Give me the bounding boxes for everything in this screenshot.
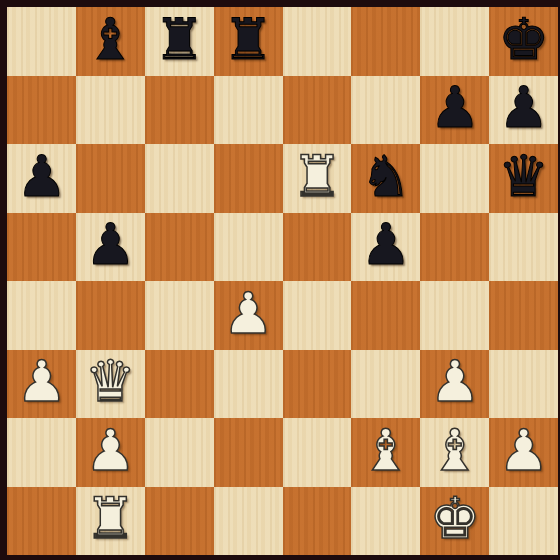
chess-board: ♝♜♜♚♟♟♟♜♞♛♟♟♟♟♛♟♟♝♝♟♜♚ xyxy=(7,7,558,555)
square-f5[interactable]: ♟ xyxy=(351,213,420,282)
black-rook-d8: ♜ xyxy=(223,11,274,68)
square-d1[interactable] xyxy=(214,487,283,556)
square-c5[interactable] xyxy=(145,213,214,282)
square-h4[interactable] xyxy=(489,281,558,350)
white-pawn-a3: ♟ xyxy=(16,353,67,410)
square-g4[interactable] xyxy=(420,281,489,350)
black-pawn-f5: ♟ xyxy=(360,216,411,273)
square-d8[interactable]: ♜ xyxy=(214,7,283,76)
square-f4[interactable] xyxy=(351,281,420,350)
square-g8[interactable] xyxy=(420,7,489,76)
square-b1[interactable]: ♜ xyxy=(76,487,145,556)
white-queen-b3: ♛ xyxy=(85,353,136,410)
square-c3[interactable] xyxy=(145,350,214,419)
square-e2[interactable] xyxy=(283,418,352,487)
black-pawn-b5: ♟ xyxy=(85,216,136,273)
square-h6[interactable]: ♛ xyxy=(489,144,558,213)
square-b4[interactable] xyxy=(76,281,145,350)
square-a3[interactable]: ♟ xyxy=(7,350,76,419)
square-h1[interactable] xyxy=(489,487,558,556)
board-frame: ♝♜♜♚♟♟♟♜♞♛♟♟♟♟♛♟♟♝♝♟♜♚ xyxy=(0,0,560,560)
square-b3[interactable]: ♛ xyxy=(76,350,145,419)
white-pawn-b2: ♟ xyxy=(85,422,136,479)
black-pawn-g7: ♟ xyxy=(429,79,480,136)
square-g2[interactable]: ♝ xyxy=(420,418,489,487)
square-a6[interactable]: ♟ xyxy=(7,144,76,213)
square-b5[interactable]: ♟ xyxy=(76,213,145,282)
square-f6[interactable]: ♞ xyxy=(351,144,420,213)
black-pawn-a6: ♟ xyxy=(16,148,67,205)
square-d6[interactable] xyxy=(214,144,283,213)
black-knight-f6: ♞ xyxy=(360,148,411,205)
square-a5[interactable] xyxy=(7,213,76,282)
square-a8[interactable] xyxy=(7,7,76,76)
black-queen-h6: ♛ xyxy=(498,148,549,205)
square-d2[interactable] xyxy=(214,418,283,487)
square-a1[interactable] xyxy=(7,487,76,556)
square-e4[interactable] xyxy=(283,281,352,350)
square-d7[interactable] xyxy=(214,76,283,145)
white-pawn-h2: ♟ xyxy=(498,422,549,479)
square-f7[interactable] xyxy=(351,76,420,145)
black-pawn-h7: ♟ xyxy=(498,79,549,136)
square-e3[interactable] xyxy=(283,350,352,419)
white-rook-e6: ♜ xyxy=(291,148,342,205)
square-h2[interactable]: ♟ xyxy=(489,418,558,487)
square-h3[interactable] xyxy=(489,350,558,419)
square-c1[interactable] xyxy=(145,487,214,556)
square-c4[interactable] xyxy=(145,281,214,350)
square-a7[interactable] xyxy=(7,76,76,145)
square-a4[interactable] xyxy=(7,281,76,350)
square-f1[interactable] xyxy=(351,487,420,556)
white-pawn-d4: ♟ xyxy=(223,285,274,342)
white-rook-b1: ♜ xyxy=(85,490,136,547)
square-e1[interactable] xyxy=(283,487,352,556)
white-pawn-g3: ♟ xyxy=(429,353,480,410)
white-king-g1: ♚ xyxy=(429,490,480,547)
square-c6[interactable] xyxy=(145,144,214,213)
white-bishop-g2: ♝ xyxy=(429,422,480,479)
square-e8[interactable] xyxy=(283,7,352,76)
square-b6[interactable] xyxy=(76,144,145,213)
square-f8[interactable] xyxy=(351,7,420,76)
square-b8[interactable]: ♝ xyxy=(76,7,145,76)
square-h7[interactable]: ♟ xyxy=(489,76,558,145)
square-d4[interactable]: ♟ xyxy=(214,281,283,350)
square-g6[interactable] xyxy=(420,144,489,213)
square-g1[interactable]: ♚ xyxy=(420,487,489,556)
white-bishop-f2: ♝ xyxy=(360,422,411,479)
square-h5[interactable] xyxy=(489,213,558,282)
black-king-h8: ♚ xyxy=(498,11,549,68)
square-h8[interactable]: ♚ xyxy=(489,7,558,76)
square-d5[interactable] xyxy=(214,213,283,282)
square-f3[interactable] xyxy=(351,350,420,419)
square-b7[interactable] xyxy=(76,76,145,145)
square-e5[interactable] xyxy=(283,213,352,282)
square-e6[interactable]: ♜ xyxy=(283,144,352,213)
black-bishop-b8: ♝ xyxy=(85,11,136,68)
black-rook-c8: ♜ xyxy=(154,11,205,68)
square-b2[interactable]: ♟ xyxy=(76,418,145,487)
square-c2[interactable] xyxy=(145,418,214,487)
square-a2[interactable] xyxy=(7,418,76,487)
square-c7[interactable] xyxy=(145,76,214,145)
square-g7[interactable]: ♟ xyxy=(420,76,489,145)
square-g5[interactable] xyxy=(420,213,489,282)
square-f2[interactable]: ♝ xyxy=(351,418,420,487)
square-g3[interactable]: ♟ xyxy=(420,350,489,419)
square-e7[interactable] xyxy=(283,76,352,145)
square-d3[interactable] xyxy=(214,350,283,419)
square-c8[interactable]: ♜ xyxy=(145,7,214,76)
